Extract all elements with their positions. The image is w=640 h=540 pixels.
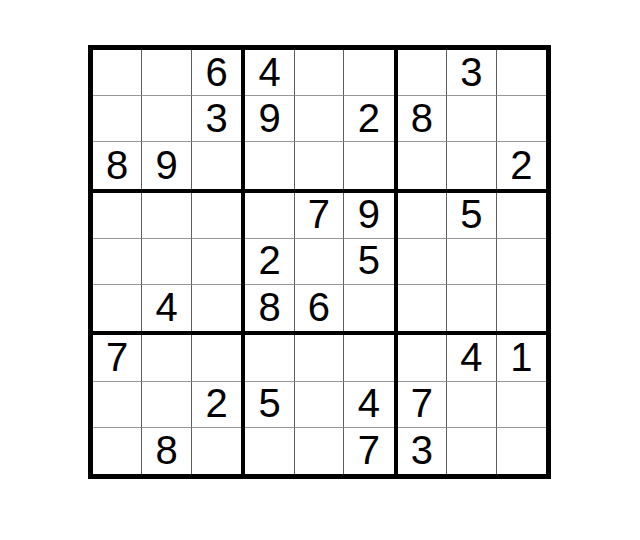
cell-r4c1[interactable] — [93, 193, 142, 239]
cell-r6c4[interactable]: 8 — [245, 285, 294, 331]
cell-r1c3[interactable]: 6 — [192, 50, 241, 96]
cell-r7c8[interactable]: 4 — [447, 335, 496, 381]
cell-r2c2[interactable] — [142, 96, 191, 142]
cell-r2c6[interactable]: 2 — [344, 96, 393, 142]
cell-r8c2[interactable] — [142, 382, 191, 428]
cell-r6c6[interactable] — [344, 285, 393, 331]
cell-r7c7[interactable] — [398, 335, 447, 381]
cell-r1c5[interactable] — [295, 50, 344, 96]
cell-r9c5[interactable] — [295, 428, 344, 474]
cell-r7c2[interactable] — [142, 335, 191, 381]
cell-r2c9[interactable] — [497, 96, 546, 142]
cell-r6c2[interactable]: 4 — [142, 285, 191, 331]
cell-r6c8[interactable] — [447, 285, 496, 331]
cell-r7c1[interactable]: 7 — [93, 335, 142, 381]
cell-r4c4[interactable] — [245, 193, 294, 239]
cell-r5c8[interactable] — [447, 239, 496, 285]
cell-r9c1[interactable] — [93, 428, 142, 474]
cell-r8c3[interactable]: 2 — [192, 382, 241, 428]
box-r1c2: 492 — [245, 50, 393, 189]
cell-r5c2[interactable] — [142, 239, 191, 285]
cell-r9c7[interactable]: 3 — [398, 428, 447, 474]
sudoku-page: 6389492382479258657285474173 — [0, 0, 640, 540]
cell-r4c6[interactable]: 9 — [344, 193, 393, 239]
cell-r9c8[interactable] — [447, 428, 496, 474]
cell-r1c8[interactable]: 3 — [447, 50, 496, 96]
cell-r9c6[interactable]: 7 — [344, 428, 393, 474]
cell-r7c4[interactable] — [245, 335, 294, 381]
cell-r6c5[interactable]: 6 — [295, 285, 344, 331]
cell-r3c9[interactable]: 2 — [497, 142, 546, 188]
cell-r1c2[interactable] — [142, 50, 191, 96]
cell-r9c2[interactable]: 8 — [142, 428, 191, 474]
cell-r4c2[interactable] — [142, 193, 191, 239]
cell-r1c4[interactable]: 4 — [245, 50, 294, 96]
cell-r8c6[interactable]: 4 — [344, 382, 393, 428]
cell-r3c7[interactable] — [398, 142, 447, 188]
box-r1c3: 382 — [398, 50, 546, 189]
cell-r2c8[interactable] — [447, 96, 496, 142]
cell-r5c9[interactable] — [497, 239, 546, 285]
cell-r4c8[interactable]: 5 — [447, 193, 496, 239]
cell-r5c4[interactable]: 2 — [245, 239, 294, 285]
cell-r5c5[interactable] — [295, 239, 344, 285]
box-r1c1: 6389 — [93, 50, 241, 189]
cell-r3c4[interactable] — [245, 142, 294, 188]
cell-r9c4[interactable] — [245, 428, 294, 474]
cell-r8c9[interactable] — [497, 382, 546, 428]
cell-r6c9[interactable] — [497, 285, 546, 331]
cell-r1c9[interactable] — [497, 50, 546, 96]
cell-r5c7[interactable] — [398, 239, 447, 285]
cell-r2c4[interactable]: 9 — [245, 96, 294, 142]
cell-r4c9[interactable] — [497, 193, 546, 239]
cell-r8c7[interactable]: 7 — [398, 382, 447, 428]
cell-r3c3[interactable] — [192, 142, 241, 188]
cell-r8c5[interactable] — [295, 382, 344, 428]
cell-r4c3[interactable] — [192, 193, 241, 239]
box-r3c2: 547 — [245, 335, 393, 474]
cell-r7c3[interactable] — [192, 335, 241, 381]
cell-r3c2[interactable]: 9 — [142, 142, 191, 188]
cell-r3c1[interactable]: 8 — [93, 142, 142, 188]
cell-r3c6[interactable] — [344, 142, 393, 188]
cell-r6c7[interactable] — [398, 285, 447, 331]
cell-r5c6[interactable]: 5 — [344, 239, 393, 285]
cell-r2c5[interactable] — [295, 96, 344, 142]
box-r3c1: 728 — [93, 335, 241, 474]
cell-r8c1[interactable] — [93, 382, 142, 428]
cell-r4c5[interactable]: 7 — [295, 193, 344, 239]
cell-r1c6[interactable] — [344, 50, 393, 96]
cell-r9c3[interactable] — [192, 428, 241, 474]
cell-r8c4[interactable]: 5 — [245, 382, 294, 428]
cell-r3c5[interactable] — [295, 142, 344, 188]
cell-r2c3[interactable]: 3 — [192, 96, 241, 142]
cell-r5c3[interactable] — [192, 239, 241, 285]
sudoku-board: 6389492382479258657285474173 — [88, 45, 551, 479]
box-r3c3: 4173 — [398, 335, 546, 474]
box-r2c2: 792586 — [245, 193, 393, 332]
cell-r6c1[interactable] — [93, 285, 142, 331]
cell-r7c9[interactable]: 1 — [497, 335, 546, 381]
box-r2c1: 4 — [93, 193, 241, 332]
cell-r1c7[interactable] — [398, 50, 447, 96]
cell-r6c3[interactable] — [192, 285, 241, 331]
cell-r2c7[interactable]: 8 — [398, 96, 447, 142]
cell-r3c8[interactable] — [447, 142, 496, 188]
cell-r5c1[interactable] — [93, 239, 142, 285]
cell-r2c1[interactable] — [93, 96, 142, 142]
cell-r9c9[interactable] — [497, 428, 546, 474]
cell-r1c1[interactable] — [93, 50, 142, 96]
cell-r8c8[interactable] — [447, 382, 496, 428]
cell-r4c7[interactable] — [398, 193, 447, 239]
box-r2c3: 5 — [398, 193, 546, 332]
cell-r7c6[interactable] — [344, 335, 393, 381]
cell-r7c5[interactable] — [295, 335, 344, 381]
